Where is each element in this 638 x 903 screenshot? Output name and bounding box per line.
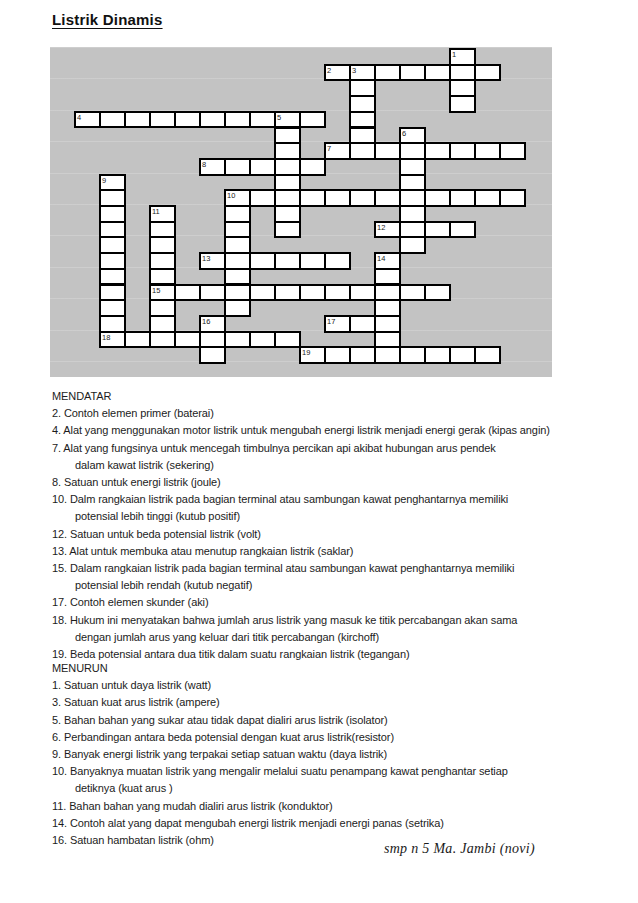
clue-down-6: 6. Perbandingan antara beda potensial de… [52, 729, 592, 746]
clue-across-15-line2: potensial lebih rendah (kutub negatif) [52, 577, 592, 594]
clue-number-17: 17 [327, 317, 335, 326]
cell-r9c17[interactable] [499, 189, 526, 207]
down-heading: MENURUN [52, 660, 592, 677]
cell-r7c7[interactable] [249, 158, 276, 176]
clue-across-13: 13. Alat untuk membuka atau menutup rang… [52, 543, 592, 560]
clue-down-3-line1: 3. Satuan kuat arus listrik (ampere) [52, 694, 592, 711]
cell-r1c10[interactable]: 2 [324, 64, 351, 82]
clue-number-18: 18 [102, 333, 110, 342]
clue-across-8-line1: 8. Satuan untuk energi listrik (joule) [52, 474, 592, 491]
clue-across-10-line2: potensial lebih tinggi (kutub positif) [52, 508, 592, 525]
cell-r19c13[interactable] [399, 346, 426, 364]
clue-number-2: 2 [327, 66, 331, 75]
clue-number-19: 19 [302, 348, 310, 357]
clue-number-16: 16 [202, 317, 210, 326]
cell-r6c12[interactable] [374, 142, 401, 160]
cell-r9c14[interactable] [424, 189, 451, 207]
clue-number-8: 8 [202, 160, 206, 169]
clue-number-9: 9 [102, 176, 106, 185]
clue-number-1: 1 [452, 50, 456, 59]
clue-down-10-line2: detiknya (kuat arus ) [52, 780, 592, 797]
clue-across-15: 15. Dalam rangkaian listrik pada bagian … [52, 560, 592, 594]
cell-r19c16[interactable] [474, 346, 501, 364]
clue-across-7: 7. Alat yang fungsinya untuk mencegah ti… [52, 440, 592, 474]
cell-r15c14[interactable] [424, 284, 451, 302]
cell-r9c7[interactable] [249, 189, 276, 207]
cell-r15c8[interactable] [274, 284, 301, 302]
cell-r18c7[interactable] [249, 331, 276, 349]
cell-r15c4[interactable] [174, 284, 201, 302]
page: { "game": "crossword", "title": "Listrik… [0, 0, 638, 903]
cell-r17c10[interactable]: 17 [324, 315, 351, 333]
cell-r18c4[interactable] [174, 331, 201, 349]
clue-across-4: 4. Alat yang menggunakan motor listrik u… [52, 422, 592, 439]
cell-r19c12[interactable] [374, 346, 401, 364]
clue-across-12-line1: 12. Satuan untuk beda potensial listrik … [52, 526, 592, 543]
across-clues-section: MENDATAR 2. Contoh elemen primer (batera… [52, 388, 592, 663]
cell-r15c11[interactable] [349, 284, 376, 302]
clue-across-4-line1: 4. Alat yang menggunakan motor listrik u… [52, 422, 592, 439]
cell-r18c3[interactable] [149, 331, 176, 349]
cell-r1c16[interactable] [474, 64, 501, 82]
crossword-panel: 12345678910111213141516171819 [50, 47, 552, 377]
clue-number-10: 10 [227, 191, 235, 200]
clue-down-9: 9. Banyak energi listrik yang terpakai s… [52, 746, 592, 763]
clue-down-14: 14. Contoh alat yang dapat mengubah ener… [52, 815, 592, 832]
cell-r1c13[interactable] [399, 64, 426, 82]
clue-number-15: 15 [152, 286, 160, 295]
cell-r4c9[interactable] [299, 111, 326, 129]
cell-r4c5[interactable] [199, 111, 226, 129]
clue-number-12: 12 [377, 223, 385, 232]
cell-r1c14[interactable] [424, 64, 451, 82]
clue-across-18-line1: 18. Hukum ini menyatakan bahwa jumlah ar… [52, 612, 592, 629]
clue-down-10-line1: 10. Banyaknya muatan listrik yang mengal… [52, 763, 592, 780]
down-clues-section: MENURUN 1. Satuan untuk daya listrik (wa… [52, 660, 592, 849]
clue-number-6: 6 [402, 129, 406, 138]
across-heading: MENDATAR [52, 388, 592, 405]
cell-r13c9[interactable] [299, 252, 326, 270]
cell-r19c10[interactable] [324, 346, 351, 364]
cell-r6c11[interactable] [349, 142, 376, 160]
cell-r4c0[interactable]: 4 [74, 111, 101, 129]
cell-r9c16[interactable] [474, 189, 501, 207]
clue-number-11: 11 [152, 207, 160, 216]
clue-across-17-line1: 17. Contoh elemen skunder (aki) [52, 594, 592, 611]
clue-number-5: 5 [277, 113, 281, 122]
clue-down-1-line1: 1. Satuan untuk daya listrik (watt) [52, 677, 592, 694]
cell-r15c9[interactable] [299, 284, 326, 302]
cell-r4c4[interactable] [174, 111, 201, 129]
clue-across-15-line1: 15. Dalam rangkaian listrik pada bagian … [52, 560, 592, 577]
clue-number-13: 13 [202, 254, 210, 263]
clue-down-11-line1: 11. Bahan bahan yang mudah dialiri arus … [52, 798, 592, 815]
cell-r7c5[interactable]: 8 [199, 158, 226, 176]
cell-r12c13[interactable] [399, 236, 426, 254]
cell-r15c5[interactable] [199, 284, 226, 302]
cell-r3c15[interactable] [449, 95, 476, 113]
cell-r17c11[interactable] [349, 315, 376, 333]
clue-down-5-line1: 5. Bahan bahan yang sukar atau tidak dap… [52, 712, 592, 729]
clue-across-7-line1: 7. Alat yang fungsinya untuk mencegah ti… [52, 440, 592, 457]
cell-r9c11[interactable] [349, 189, 376, 207]
cell-r7c9[interactable] [299, 158, 326, 176]
clue-down-9-line1: 9. Banyak energi listrik yang terpakai s… [52, 746, 592, 763]
cell-r15c10[interactable] [324, 284, 351, 302]
page-title: Listrik Dinamis [52, 11, 163, 28]
cell-r4c3[interactable] [149, 111, 176, 129]
cell-r11c14[interactable] [424, 221, 451, 239]
cell-r13c10[interactable] [324, 252, 351, 270]
clue-down-3: 3. Satuan kuat arus listrik (ampere) [52, 694, 592, 711]
cell-r19c9[interactable]: 19 [299, 346, 326, 364]
clue-across-12: 12. Satuan untuk beda potensial listrik … [52, 526, 592, 543]
cell-r4c6[interactable] [224, 111, 251, 129]
cell-r4c1[interactable] [99, 111, 126, 129]
cell-r11c8[interactable] [274, 221, 301, 239]
clue-across-17: 17. Contoh elemen skunder (aki) [52, 594, 592, 611]
cell-r15c7[interactable] [249, 284, 276, 302]
clue-across-10-line1: 10. Dalm rangkaian listrik pada bagian t… [52, 491, 592, 508]
cell-r11c12[interactable]: 12 [374, 221, 401, 239]
cell-r19c15[interactable] [449, 346, 476, 364]
clue-down-11: 11. Bahan bahan yang mudah dialiri arus … [52, 798, 592, 815]
clue-down-10: 10. Banyaknya muatan listrik yang mengal… [52, 763, 592, 797]
cell-r13c8[interactable] [274, 252, 301, 270]
cell-r6c16[interactable] [474, 142, 501, 160]
clue-number-7: 7 [327, 144, 331, 153]
footer-signature: smp n 5 Ma. Jambi (novi) [384, 841, 535, 857]
cell-r19c11[interactable] [349, 346, 376, 364]
cell-r9c12[interactable] [374, 189, 401, 207]
cell-r4c2[interactable] [124, 111, 151, 129]
cell-r6c17[interactable] [499, 142, 526, 160]
cell-r19c14[interactable] [424, 346, 451, 364]
cell-r6c15[interactable] [449, 142, 476, 160]
clue-across-18-line2: dengan jumlah arus yang keluar dari titi… [52, 629, 592, 646]
clue-number-3: 3 [352, 66, 356, 75]
cell-r18c6[interactable] [224, 331, 251, 349]
cell-r9c9[interactable] [299, 189, 326, 207]
crossword-grid: 12345678910111213141516171819 [74, 48, 526, 364]
cell-r7c6[interactable] [224, 158, 251, 176]
clue-number-4: 4 [77, 113, 81, 122]
cell-r18c1[interactable]: 18 [99, 331, 126, 349]
clue-down-6-line1: 6. Perbandingan antara beda potensial de… [52, 729, 592, 746]
clue-across-18: 18. Hukum ini menyatakan bahwa jumlah ar… [52, 612, 592, 646]
clue-across-8: 8. Satuan untuk energi listrik (joule) [52, 474, 592, 491]
clue-across-2: 2. Contoh elemen primer (baterai) [52, 405, 592, 422]
cell-r6c14[interactable] [424, 142, 451, 160]
cell-r1c12[interactable] [374, 64, 401, 82]
clue-across-10: 10. Dalm rangkaian listrik pada bagian t… [52, 491, 592, 525]
cell-r4c7[interactable] [249, 111, 276, 129]
cell-r13c7[interactable] [249, 252, 276, 270]
cell-r19c5[interactable] [199, 346, 226, 364]
cell-r18c2[interactable] [124, 331, 151, 349]
clue-number-14: 14 [377, 254, 385, 263]
clue-across-13-line1: 13. Alat untuk membuka atau menutup rang… [52, 543, 592, 560]
cell-r13c5[interactable]: 13 [199, 252, 226, 270]
cell-r9c15[interactable] [449, 189, 476, 207]
clue-down-1: 1. Satuan untuk daya listrik (watt) [52, 677, 592, 694]
cell-r16c6[interactable] [224, 299, 251, 317]
cell-r15c13[interactable] [399, 284, 426, 302]
cell-r18c8[interactable] [274, 331, 301, 349]
clue-down-5: 5. Bahan bahan yang sukar atau tidak dap… [52, 712, 592, 729]
clue-across-7-line2: dalam kawat listrik (sekering) [52, 457, 592, 474]
clue-down-14-line1: 14. Contoh alat yang dapat mengubah ener… [52, 815, 592, 832]
cell-r6c10[interactable]: 7 [324, 142, 351, 160]
cell-r11c15[interactable] [449, 221, 476, 239]
clue-across-2-line1: 2. Contoh elemen primer (baterai) [52, 405, 592, 422]
cell-r9c10[interactable] [324, 189, 351, 207]
